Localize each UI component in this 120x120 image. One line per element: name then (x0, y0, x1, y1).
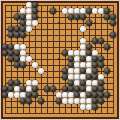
black-stone (50, 8, 56, 14)
grid-hline (5, 113, 114, 114)
white-stone (32, 62, 38, 68)
white-stone (26, 26, 32, 32)
hoshi-point (94, 22, 96, 24)
black-stone (92, 104, 98, 110)
black-stone (86, 20, 92, 26)
black-stone (20, 32, 26, 38)
goban-board[interactable] (3, 3, 117, 117)
black-stone (32, 92, 38, 98)
black-stone (50, 86, 56, 92)
black-stone (20, 62, 26, 68)
white-stone (26, 56, 32, 62)
black-stone (98, 62, 104, 68)
goban-screenshot (0, 0, 120, 120)
black-stone (98, 38, 104, 44)
black-stone (104, 44, 110, 50)
white-stone (80, 26, 86, 32)
white-stone (38, 68, 44, 74)
white-stone (32, 20, 38, 26)
black-stone (104, 92, 110, 98)
hoshi-point (58, 22, 60, 24)
hoshi-point (58, 58, 60, 60)
black-stone (110, 20, 116, 26)
black-stone (80, 14, 86, 20)
black-stone (104, 68, 110, 74)
black-stone (26, 98, 32, 104)
black-stone (38, 98, 44, 104)
black-stone (98, 98, 104, 104)
black-stone (110, 32, 116, 38)
